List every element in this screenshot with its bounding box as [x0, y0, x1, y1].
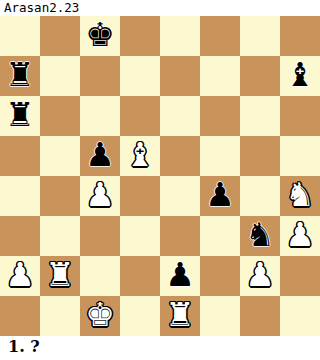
piece-white-knight[interactable]: ♞ [285, 176, 315, 215]
square-b5[interactable] [40, 136, 80, 176]
square-b6[interactable] [40, 96, 80, 136]
square-e3[interactable] [160, 216, 200, 256]
square-c5[interactable]: ♟ [80, 136, 120, 176]
square-a3[interactable] [0, 216, 40, 256]
square-e7[interactable] [160, 56, 200, 96]
square-f5[interactable] [200, 136, 240, 176]
square-a6[interactable]: ♜ [0, 96, 40, 136]
piece-black-king[interactable]: ♚ [85, 16, 115, 55]
square-a1[interactable] [0, 296, 40, 336]
square-g8[interactable] [240, 16, 280, 56]
square-d7[interactable] [120, 56, 160, 96]
piece-black-rook[interactable]: ♜ [5, 96, 35, 135]
square-d5[interactable]: ♝ [120, 136, 160, 176]
square-b3[interactable] [40, 216, 80, 256]
square-e5[interactable] [160, 136, 200, 176]
square-c1[interactable]: ♚ [80, 296, 120, 336]
piece-white-rook[interactable]: ♜ [45, 256, 75, 295]
square-d6[interactable] [120, 96, 160, 136]
piece-black-pawn[interactable]: ♟ [205, 176, 235, 215]
arasan-window: Arasan2.23 ♚♜♝♜♟♝♟♟♞♞♟♟♜♟♟♚♜ 1. ? [0, 0, 320, 360]
square-h8[interactable] [280, 16, 320, 56]
square-g4[interactable] [240, 176, 280, 216]
square-c2[interactable] [80, 256, 120, 296]
square-a4[interactable] [0, 176, 40, 216]
square-f7[interactable] [200, 56, 240, 96]
app-title: Arasan2.23 [0, 0, 320, 16]
square-g2[interactable]: ♟ [240, 256, 280, 296]
square-e8[interactable] [160, 16, 200, 56]
square-d3[interactable] [120, 216, 160, 256]
square-b4[interactable] [40, 176, 80, 216]
square-e4[interactable] [160, 176, 200, 216]
square-d1[interactable] [120, 296, 160, 336]
move-prompt: 1. ? [0, 336, 320, 360]
square-f1[interactable] [200, 296, 240, 336]
square-a7[interactable]: ♜ [0, 56, 40, 96]
square-g5[interactable] [240, 136, 280, 176]
square-b7[interactable] [40, 56, 80, 96]
piece-black-pawn[interactable]: ♟ [165, 256, 195, 295]
square-f8[interactable] [200, 16, 240, 56]
piece-white-pawn[interactable]: ♟ [285, 216, 315, 255]
square-h1[interactable] [280, 296, 320, 336]
chess-board: ♚♜♝♜♟♝♟♟♞♞♟♟♜♟♟♚♜ [0, 16, 320, 336]
square-h2[interactable] [280, 256, 320, 296]
piece-white-pawn[interactable]: ♟ [85, 176, 115, 215]
square-h7[interactable]: ♝ [280, 56, 320, 96]
square-g7[interactable] [240, 56, 280, 96]
square-e6[interactable] [160, 96, 200, 136]
square-h5[interactable] [280, 136, 320, 176]
square-b8[interactable] [40, 16, 80, 56]
square-f6[interactable] [200, 96, 240, 136]
square-e1[interactable]: ♜ [160, 296, 200, 336]
square-c4[interactable]: ♟ [80, 176, 120, 216]
square-h3[interactable]: ♟ [280, 216, 320, 256]
piece-white-bishop[interactable]: ♝ [125, 136, 155, 175]
square-a5[interactable] [0, 136, 40, 176]
square-b1[interactable] [40, 296, 80, 336]
square-a2[interactable]: ♟ [0, 256, 40, 296]
square-d8[interactable] [120, 16, 160, 56]
square-c7[interactable] [80, 56, 120, 96]
square-c8[interactable]: ♚ [80, 16, 120, 56]
square-a8[interactable] [0, 16, 40, 56]
piece-white-pawn[interactable]: ♟ [5, 256, 35, 295]
square-c6[interactable] [80, 96, 120, 136]
square-c3[interactable] [80, 216, 120, 256]
piece-white-pawn[interactable]: ♟ [245, 256, 275, 295]
square-d4[interactable] [120, 176, 160, 216]
square-b2[interactable]: ♜ [40, 256, 80, 296]
square-f4[interactable]: ♟ [200, 176, 240, 216]
piece-black-bishop[interactable]: ♝ [285, 56, 315, 95]
square-e2[interactable]: ♟ [160, 256, 200, 296]
piece-white-rook[interactable]: ♜ [165, 296, 195, 335]
square-f2[interactable] [200, 256, 240, 296]
piece-black-rook[interactable]: ♜ [5, 56, 35, 95]
square-h4[interactable]: ♞ [280, 176, 320, 216]
square-h6[interactable] [280, 96, 320, 136]
piece-black-pawn[interactable]: ♟ [85, 136, 115, 175]
piece-white-king[interactable]: ♚ [85, 296, 115, 335]
square-f3[interactable] [200, 216, 240, 256]
square-g1[interactable] [240, 296, 280, 336]
square-d2[interactable] [120, 256, 160, 296]
square-g3[interactable]: ♞ [240, 216, 280, 256]
piece-black-knight[interactable]: ♞ [245, 216, 275, 255]
square-g6[interactable] [240, 96, 280, 136]
